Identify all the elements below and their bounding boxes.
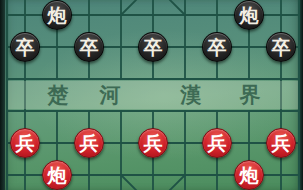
river-character: 漢 (181, 81, 202, 109)
piece-black-soldier[interactable]: 卒 (74, 32, 104, 62)
piece-black-soldier[interactable]: 卒 (10, 32, 40, 62)
river-character: 楚 (48, 81, 69, 109)
piece-black-cannon[interactable]: 炮 (234, 0, 264, 30)
piece-black-soldier[interactable]: 卒 (138, 32, 168, 62)
piece-red-cannon[interactable]: 炮 (42, 160, 72, 190)
piece-red-soldier[interactable]: 兵 (74, 128, 104, 158)
xiangqi-board: 楚河漢界 炮炮卒卒卒卒卒兵兵兵兵兵炮炮 (0, 0, 303, 190)
river-character: 界 (240, 81, 261, 109)
piece-red-cannon[interactable]: 炮 (234, 160, 264, 190)
board-left-edge (0, 0, 5, 190)
piece-black-soldier[interactable]: 卒 (202, 32, 232, 62)
piece-red-soldier[interactable]: 兵 (202, 128, 232, 158)
piece-black-cannon[interactable]: 炮 (42, 0, 72, 30)
piece-red-soldier[interactable]: 兵 (266, 128, 296, 158)
board-right-edge (300, 0, 303, 190)
river-character: 河 (100, 81, 121, 109)
piece-red-soldier[interactable]: 兵 (10, 128, 40, 158)
piece-red-soldier[interactable]: 兵 (138, 128, 168, 158)
river-band: 楚河漢界 (8, 81, 298, 109)
piece-black-soldier[interactable]: 卒 (266, 32, 296, 62)
